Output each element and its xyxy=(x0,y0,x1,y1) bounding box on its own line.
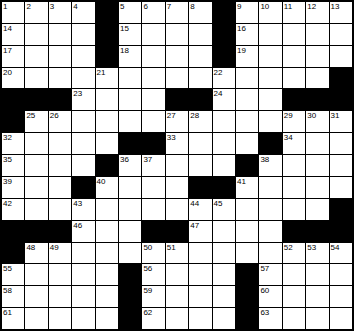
cell-r3-c13[interactable] xyxy=(283,46,305,67)
cell-r12-c5[interactable] xyxy=(96,243,118,264)
cell-r1-c9[interactable]: 8 xyxy=(189,2,211,23)
cell-r6-c10[interactable] xyxy=(213,111,235,132)
black-cell-r11-c8 xyxy=(166,221,188,242)
cell-r7-c1[interactable]: 32 xyxy=(2,133,24,154)
black-cell-r14-c11 xyxy=(236,286,258,307)
cell-r12-c11[interactable] xyxy=(236,243,258,264)
cell-r13-c3[interactable] xyxy=(49,264,71,285)
black-cell-r15-c11 xyxy=(236,308,258,329)
cell-r9-c8[interactable] xyxy=(166,177,188,198)
cell-r3-c6[interactable]: 18 xyxy=(119,46,141,67)
cell-r15-c1[interactable]: 61 xyxy=(2,308,24,329)
clue-number: 52 xyxy=(284,243,293,252)
black-cell-r11-c7 xyxy=(142,221,164,242)
cell-r3-c12[interactable] xyxy=(259,46,281,67)
black-cell-r14-c6 xyxy=(119,286,141,307)
cell-r4-c11[interactable] xyxy=(236,68,258,89)
black-cell-r5-c8 xyxy=(166,89,188,110)
cell-r14-c4[interactable] xyxy=(72,286,94,307)
cell-r11-c4[interactable]: 46 xyxy=(72,221,94,242)
cell-r12-c2[interactable]: 48 xyxy=(25,243,47,264)
clue-number: 22 xyxy=(214,68,223,77)
cell-r7-c2[interactable] xyxy=(25,133,47,154)
clue-number: 2 xyxy=(26,2,30,11)
cell-r13-c1[interactable]: 55 xyxy=(2,264,24,285)
cell-r2-c2[interactable] xyxy=(25,24,47,45)
black-cell-r11-c2 xyxy=(25,221,47,242)
cell-r14-c3[interactable] xyxy=(49,286,71,307)
cell-r7-c5[interactable] xyxy=(96,133,118,154)
cell-r4-c8[interactable] xyxy=(166,68,188,89)
cell-r13-c4[interactable] xyxy=(72,264,94,285)
cell-r10-c7[interactable] xyxy=(142,199,164,220)
clue-number: 3 xyxy=(50,2,54,11)
cell-r15-c14[interactable] xyxy=(306,308,328,329)
cell-r9-c11[interactable]: 41 xyxy=(236,177,258,198)
cell-r8-c14[interactable] xyxy=(306,155,328,176)
black-cell-r5-c13 xyxy=(283,89,305,110)
cell-r12-c4[interactable] xyxy=(72,243,94,264)
clue-number: 36 xyxy=(120,155,129,164)
clue-number: 5 xyxy=(120,2,124,11)
cell-r15-c7[interactable]: 62 xyxy=(142,308,164,329)
cell-r2-c15[interactable] xyxy=(330,24,352,45)
cell-r10-c3[interactable] xyxy=(49,199,71,220)
cell-r9-c15[interactable] xyxy=(330,177,352,198)
black-cell-r4-c15 xyxy=(330,68,352,89)
clue-number: 34 xyxy=(284,133,293,142)
black-cell-r13-c6 xyxy=(119,264,141,285)
clue-number: 10 xyxy=(260,2,269,11)
clue-number: 51 xyxy=(167,243,176,252)
cell-r7-c13[interactable]: 34 xyxy=(283,133,305,154)
clue-number: 43 xyxy=(73,199,82,208)
black-cell-r9-c4 xyxy=(72,177,94,198)
cell-r4-c5[interactable]: 21 xyxy=(96,68,118,89)
cell-r4-c9[interactable] xyxy=(189,68,211,89)
cell-r1-c6[interactable]: 5 xyxy=(119,2,141,23)
clue-number: 18 xyxy=(120,46,129,55)
cell-r9-c5[interactable]: 40 xyxy=(96,177,118,198)
cell-r6-c12[interactable] xyxy=(259,111,281,132)
black-cell-r5-c14 xyxy=(306,89,328,110)
cell-r8-c8[interactable] xyxy=(166,155,188,176)
black-cell-r11-c3 xyxy=(49,221,71,242)
cell-r10-c9[interactable]: 44 xyxy=(189,199,211,220)
cell-r3-c14[interactable] xyxy=(306,46,328,67)
cell-r8-c3[interactable] xyxy=(49,155,71,176)
cell-r10-c5[interactable] xyxy=(96,199,118,220)
clue-number: 11 xyxy=(284,2,292,11)
cell-r8-c6[interactable]: 36 xyxy=(119,155,141,176)
cell-r9-c1[interactable]: 39 xyxy=(2,177,24,198)
cell-r2-c1[interactable]: 14 xyxy=(2,24,24,45)
clue-number: 53 xyxy=(307,243,316,252)
black-cell-r11-c1 xyxy=(2,221,24,242)
cell-r15-c4[interactable] xyxy=(72,308,94,329)
clue-number: 41 xyxy=(237,177,246,186)
black-cell-r6-c1 xyxy=(2,111,24,132)
cell-r2-c12[interactable] xyxy=(259,24,281,45)
clue-number: 21 xyxy=(97,68,106,77)
clue-number: 49 xyxy=(50,243,59,252)
cell-r1-c4[interactable]: 4 xyxy=(72,2,94,23)
cell-r1-c8[interactable]: 7 xyxy=(166,2,188,23)
cell-r7-c3[interactable] xyxy=(49,133,71,154)
cell-r8-c15[interactable] xyxy=(330,155,352,176)
clue-number: 56 xyxy=(143,264,152,273)
clue-number: 23 xyxy=(73,89,82,98)
black-cell-r2-c5 xyxy=(96,24,118,45)
black-cell-r9-c9 xyxy=(189,177,211,198)
cell-r4-c1[interactable]: 20 xyxy=(2,68,24,89)
cell-r6-c14[interactable]: 30 xyxy=(306,111,328,132)
cell-r11-c12[interactable] xyxy=(259,221,281,242)
cell-r3-c3[interactable] xyxy=(49,46,71,67)
cell-r2-c11[interactable]: 16 xyxy=(236,24,258,45)
black-cell-r5-c1 xyxy=(2,89,24,110)
cell-r1-c13[interactable]: 11 xyxy=(283,2,305,23)
cell-r12-c7[interactable]: 50 xyxy=(142,243,164,264)
cell-r15-c9[interactable] xyxy=(189,308,211,329)
cell-r14-c8[interactable] xyxy=(166,286,188,307)
cell-r10-c2[interactable] xyxy=(25,199,47,220)
cell-r4-c13[interactable] xyxy=(283,68,305,89)
cell-r11-c10[interactable] xyxy=(213,221,235,242)
cell-r13-c12[interactable]: 57 xyxy=(259,264,281,285)
black-cell-r8-c11 xyxy=(236,155,258,176)
cell-r10-c11[interactable] xyxy=(236,199,258,220)
cell-r14-c15[interactable] xyxy=(330,286,352,307)
cell-r14-c9[interactable] xyxy=(189,286,211,307)
clue-number: 35 xyxy=(3,155,12,164)
cell-r15-c5[interactable] xyxy=(96,308,118,329)
cell-r15-c2[interactable] xyxy=(25,308,47,329)
cell-r2-c4[interactable] xyxy=(72,24,94,45)
cell-r13-c14[interactable] xyxy=(306,264,328,285)
cell-r13-c13[interactable] xyxy=(283,264,305,285)
cell-r12-c13[interactable]: 52 xyxy=(283,243,305,264)
clue-number: 28 xyxy=(190,111,199,120)
cell-r9-c14[interactable] xyxy=(306,177,328,198)
cell-r15-c8[interactable] xyxy=(166,308,188,329)
cell-r3-c1[interactable]: 17 xyxy=(2,46,24,67)
black-cell-r12-c1 xyxy=(2,243,24,264)
cell-r5-c10[interactable]: 24 xyxy=(213,89,235,110)
clue-number: 37 xyxy=(143,155,152,164)
cell-r7-c15[interactable] xyxy=(330,133,352,154)
cell-r1-c15[interactable]: 13 xyxy=(330,2,352,23)
cell-r6-c5[interactable] xyxy=(96,111,118,132)
cell-r4-c4[interactable] xyxy=(72,68,94,89)
clue-number: 1 xyxy=(3,2,7,11)
cell-r14-c7[interactable]: 59 xyxy=(142,286,164,307)
cell-r12-c12[interactable] xyxy=(259,243,281,264)
cell-r14-c1[interactable]: 58 xyxy=(2,286,24,307)
black-cell-r15-c6 xyxy=(119,308,141,329)
clue-number: 12 xyxy=(307,2,316,11)
cell-r11-c6[interactable] xyxy=(119,221,141,242)
cell-r10-c4[interactable]: 43 xyxy=(72,199,94,220)
black-cell-r5-c2 xyxy=(25,89,47,110)
clue-number: 39 xyxy=(3,177,12,186)
cell-r9-c13[interactable] xyxy=(283,177,305,198)
cell-r10-c10[interactable]: 45 xyxy=(213,199,235,220)
clue-number: 61 xyxy=(3,308,12,317)
clue-number: 19 xyxy=(237,46,246,55)
cell-r7-c4[interactable] xyxy=(72,133,94,154)
cell-r8-c4[interactable] xyxy=(72,155,94,176)
clue-number: 20 xyxy=(3,68,12,77)
cell-r12-c8[interactable]: 51 xyxy=(166,243,188,264)
cell-r2-c8[interactable] xyxy=(166,24,188,45)
cell-r10-c12[interactable] xyxy=(259,199,281,220)
cell-r13-c15[interactable] xyxy=(330,264,352,285)
cell-r3-c9[interactable] xyxy=(189,46,211,67)
clue-number: 48 xyxy=(26,243,35,252)
black-cell-r9-c10 xyxy=(213,177,235,198)
cell-r12-c6[interactable] xyxy=(119,243,141,264)
cell-r6-c7[interactable] xyxy=(142,111,164,132)
cell-r7-c8[interactable]: 33 xyxy=(166,133,188,154)
cell-r2-c7[interactable] xyxy=(142,24,164,45)
cell-r6-c3[interactable]: 26 xyxy=(49,111,71,132)
clue-number: 38 xyxy=(260,155,269,164)
cell-r10-c14[interactable] xyxy=(306,199,328,220)
cell-r4-c12[interactable] xyxy=(259,68,281,89)
black-cell-r11-c15 xyxy=(330,221,352,242)
black-cell-r5-c15 xyxy=(330,89,352,110)
cell-r13-c5[interactable] xyxy=(96,264,118,285)
cell-r2-c3[interactable] xyxy=(49,24,71,45)
cell-r4-c10[interactable]: 22 xyxy=(213,68,235,89)
cell-r3-c8[interactable] xyxy=(166,46,188,67)
cell-r8-c12[interactable]: 38 xyxy=(259,155,281,176)
cell-r4-c7[interactable] xyxy=(142,68,164,89)
cell-r6-c2[interactable]: 25 xyxy=(25,111,47,132)
cell-r12-c3[interactable]: 49 xyxy=(49,243,71,264)
cell-r2-c6[interactable]: 15 xyxy=(119,24,141,45)
cell-r14-c5[interactable] xyxy=(96,286,118,307)
clue-number: 30 xyxy=(307,111,316,120)
cell-r1-c11[interactable]: 9 xyxy=(236,2,258,23)
clue-number: 8 xyxy=(190,2,194,11)
cell-r9-c7[interactable] xyxy=(142,177,164,198)
black-cell-r1-c10 xyxy=(213,2,235,23)
clue-number: 16 xyxy=(237,24,246,33)
cell-r14-c13[interactable] xyxy=(283,286,305,307)
black-cell-r2-c10 xyxy=(213,24,235,45)
cell-r6-c6[interactable] xyxy=(119,111,141,132)
cell-r13-c9[interactable] xyxy=(189,264,211,285)
cell-r10-c13[interactable] xyxy=(283,199,305,220)
cell-r6-c8[interactable]: 27 xyxy=(166,111,188,132)
cell-r6-c4[interactable] xyxy=(72,111,94,132)
clue-number: 25 xyxy=(26,111,35,120)
black-cell-r11-c13 xyxy=(283,221,305,242)
cell-r2-c13[interactable] xyxy=(283,24,305,45)
cell-r5-c12[interactable] xyxy=(259,89,281,110)
cell-r5-c7[interactable] xyxy=(142,89,164,110)
black-cell-r5-c9 xyxy=(189,89,211,110)
clue-number: 31 xyxy=(331,111,340,120)
cell-r10-c8[interactable] xyxy=(166,199,188,220)
cell-r7-c11[interactable] xyxy=(236,133,258,154)
clue-number: 54 xyxy=(331,243,340,252)
black-cell-r7-c6 xyxy=(119,133,141,154)
cell-r9-c2[interactable] xyxy=(25,177,47,198)
cell-r14-c10[interactable] xyxy=(213,286,235,307)
cell-r5-c11[interactable] xyxy=(236,89,258,110)
cell-r4-c6[interactable] xyxy=(119,68,141,89)
cell-r3-c7[interactable] xyxy=(142,46,164,67)
clue-number: 63 xyxy=(260,308,269,317)
black-cell-r8-c5 xyxy=(96,155,118,176)
clue-number: 62 xyxy=(143,308,152,317)
cell-r4-c2[interactable] xyxy=(25,68,47,89)
cell-r1-c2[interactable]: 2 xyxy=(25,2,47,23)
black-cell-r3-c5 xyxy=(96,46,118,67)
cell-r15-c12[interactable]: 63 xyxy=(259,308,281,329)
cell-r5-c5[interactable] xyxy=(96,89,118,110)
clue-number: 33 xyxy=(167,133,176,142)
clue-number: 50 xyxy=(143,243,152,252)
cell-r6-c9[interactable]: 28 xyxy=(189,111,211,132)
clue-number: 13 xyxy=(331,2,340,11)
clue-number: 59 xyxy=(143,286,152,295)
clue-number: 60 xyxy=(260,286,269,295)
clue-number: 24 xyxy=(214,89,223,98)
cell-r9-c6[interactable] xyxy=(119,177,141,198)
cell-r8-c7[interactable]: 37 xyxy=(142,155,164,176)
clue-number: 42 xyxy=(3,199,12,208)
cell-r14-c12[interactable]: 60 xyxy=(259,286,281,307)
cell-r1-c7[interactable]: 6 xyxy=(142,2,164,23)
cell-r12-c15[interactable]: 54 xyxy=(330,243,352,264)
cell-r12-c10[interactable] xyxy=(213,243,235,264)
clue-number: 55 xyxy=(3,264,12,273)
clue-number: 32 xyxy=(3,133,12,142)
clue-number: 26 xyxy=(50,111,59,120)
cell-r3-c4[interactable] xyxy=(72,46,94,67)
clue-number: 4 xyxy=(73,2,77,11)
clue-number: 15 xyxy=(120,24,129,33)
cell-r6-c13[interactable]: 29 xyxy=(283,111,305,132)
crossword-grid: 1234567891011121314151617181920212223242… xyxy=(0,0,354,331)
cell-r13-c2[interactable] xyxy=(25,264,47,285)
cell-r15-c13[interactable] xyxy=(283,308,305,329)
cell-r1-c3[interactable]: 3 xyxy=(49,2,71,23)
clue-number: 27 xyxy=(167,111,176,120)
black-cell-r1-c5 xyxy=(96,2,118,23)
cell-r6-c15[interactable]: 31 xyxy=(330,111,352,132)
clue-number: 14 xyxy=(3,24,12,33)
clue-number: 47 xyxy=(190,221,199,230)
cell-r11-c9[interactable]: 47 xyxy=(189,221,211,242)
black-cell-r11-c14 xyxy=(306,221,328,242)
cell-r8-c13[interactable] xyxy=(283,155,305,176)
cell-r14-c2[interactable] xyxy=(25,286,47,307)
cell-r6-c11[interactable] xyxy=(236,111,258,132)
black-cell-r7-c12 xyxy=(259,133,281,154)
cell-r4-c14[interactable] xyxy=(306,68,328,89)
cell-r12-c9[interactable] xyxy=(189,243,211,264)
cell-r7-c9[interactable] xyxy=(189,133,211,154)
cell-r10-c1[interactable]: 42 xyxy=(2,199,24,220)
cell-r12-c14[interactable]: 53 xyxy=(306,243,328,264)
cell-r14-c14[interactable] xyxy=(306,286,328,307)
cell-r2-c9[interactable] xyxy=(189,24,211,45)
clue-number: 17 xyxy=(3,46,12,55)
clue-number: 58 xyxy=(3,286,12,295)
cell-r15-c10[interactable] xyxy=(213,308,235,329)
clue-number: 46 xyxy=(73,221,82,230)
cell-r1-c12[interactable]: 10 xyxy=(259,2,281,23)
black-cell-r10-c15 xyxy=(330,199,352,220)
clue-number: 9 xyxy=(237,2,241,11)
cell-r13-c8[interactable] xyxy=(166,264,188,285)
black-cell-r7-c7 xyxy=(142,133,164,154)
cell-r7-c14[interactable] xyxy=(306,133,328,154)
cell-r3-c15[interactable] xyxy=(330,46,352,67)
cell-r1-c1[interactable]: 1 xyxy=(2,2,24,23)
clue-number: 45 xyxy=(214,199,223,208)
cell-r3-c11[interactable]: 19 xyxy=(236,46,258,67)
cell-r13-c10[interactable] xyxy=(213,264,235,285)
cell-r15-c3[interactable] xyxy=(49,308,71,329)
clue-number: 40 xyxy=(97,177,106,186)
cell-r15-c15[interactable] xyxy=(330,308,352,329)
clue-number: 44 xyxy=(190,199,199,208)
cell-r2-c14[interactable] xyxy=(306,24,328,45)
black-cell-r3-c10 xyxy=(213,46,235,67)
cell-r8-c2[interactable] xyxy=(25,155,47,176)
clue-number: 6 xyxy=(143,2,147,11)
cell-r8-c10[interactable] xyxy=(213,155,235,176)
cell-r1-c14[interactable]: 12 xyxy=(306,2,328,23)
cell-r8-c9[interactable] xyxy=(189,155,211,176)
cell-r4-c3[interactable] xyxy=(49,68,71,89)
black-cell-r13-c11 xyxy=(236,264,258,285)
cell-r5-c4[interactable]: 23 xyxy=(72,89,94,110)
cell-r8-c1[interactable]: 35 xyxy=(2,155,24,176)
black-cell-r5-c3 xyxy=(49,89,71,110)
cell-r11-c5[interactable] xyxy=(96,221,118,242)
cell-r5-c6[interactable] xyxy=(119,89,141,110)
cell-r9-c12[interactable] xyxy=(259,177,281,198)
cell-r13-c7[interactable]: 56 xyxy=(142,264,164,285)
cell-r3-c2[interactable] xyxy=(25,46,47,67)
clue-number: 29 xyxy=(284,111,293,120)
cell-r7-c10[interactable] xyxy=(213,133,235,154)
cell-r11-c11[interactable] xyxy=(236,221,258,242)
clue-number: 57 xyxy=(260,264,269,273)
cell-r9-c3[interactable] xyxy=(49,177,71,198)
clue-number: 7 xyxy=(167,2,171,11)
cell-r10-c6[interactable] xyxy=(119,199,141,220)
